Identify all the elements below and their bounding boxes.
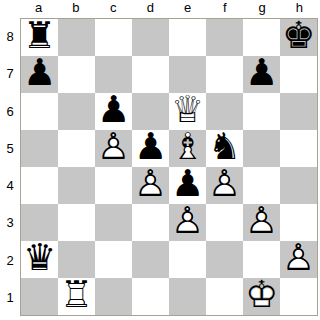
piece-glyph: ♟ xyxy=(243,54,280,93)
square-c5[interactable]: ♟♙ xyxy=(95,130,132,167)
square-d4[interactable]: ♟♙ xyxy=(132,167,169,204)
square-b1[interactable]: ♜♖ xyxy=(58,278,95,315)
file-label-c: c xyxy=(95,0,132,18)
piece-outline: ♙ xyxy=(280,239,317,278)
piece-white-pawn[interactable]: ♟♙ xyxy=(132,167,169,204)
square-d2[interactable] xyxy=(132,241,169,278)
piece-outline: ♔ xyxy=(243,276,280,315)
square-d3[interactable] xyxy=(132,204,169,241)
square-b4[interactable] xyxy=(58,167,95,204)
rank-label-6: 6 xyxy=(0,93,20,130)
square-f7[interactable] xyxy=(206,56,243,93)
piece-white-pawn[interactable]: ♟♙ xyxy=(95,130,132,167)
square-h4[interactable] xyxy=(280,167,317,204)
piece-white-pawn[interactable]: ♟♙ xyxy=(206,167,243,204)
square-c8[interactable] xyxy=(95,19,132,56)
square-a4[interactable] xyxy=(21,167,58,204)
square-b3[interactable] xyxy=(58,204,95,241)
square-e8[interactable] xyxy=(169,19,206,56)
piece-white-rook[interactable]: ♜♖ xyxy=(58,278,95,315)
chess-board: ♜♚♟♟♟♛♕♟♙♟♝♗♞♟♙♟♟♙♟♙♟♙♛♟♙♜♖♚♔ xyxy=(20,18,318,316)
square-c3[interactable] xyxy=(95,204,132,241)
square-h7[interactable] xyxy=(280,56,317,93)
rank-label-1: 1 xyxy=(0,279,20,316)
square-a5[interactable] xyxy=(21,130,58,167)
square-a2[interactable]: ♛ xyxy=(21,241,58,278)
square-g7[interactable]: ♟ xyxy=(243,56,280,93)
piece-outline: ♙ xyxy=(243,202,280,241)
piece-outline: ♙ xyxy=(95,128,132,167)
square-a7[interactable]: ♟ xyxy=(21,56,58,93)
piece-outline: ♙ xyxy=(206,165,243,204)
square-d1[interactable] xyxy=(132,278,169,315)
file-label-d: d xyxy=(132,0,169,18)
square-e2[interactable] xyxy=(169,241,206,278)
piece-black-queen[interactable]: ♛ xyxy=(21,241,58,278)
square-g5[interactable] xyxy=(243,130,280,167)
square-b7[interactable] xyxy=(58,56,95,93)
square-h1[interactable] xyxy=(280,278,317,315)
chess-diagram: abcdefgh 87654321 ♜♚♟♟♟♛♕♟♙♟♝♗♞♟♙♟♟♙♟♙♟♙… xyxy=(0,0,320,320)
square-h6[interactable] xyxy=(280,93,317,130)
square-h2[interactable]: ♟♙ xyxy=(280,241,317,278)
file-label-g: g xyxy=(244,0,281,18)
rank-label-8: 8 xyxy=(0,18,20,55)
square-h8[interactable]: ♚ xyxy=(280,19,317,56)
square-d7[interactable] xyxy=(132,56,169,93)
piece-outline: ♙ xyxy=(169,202,206,241)
square-h5[interactable] xyxy=(280,130,317,167)
square-c1[interactable] xyxy=(95,278,132,315)
square-g1[interactable]: ♚♔ xyxy=(243,278,280,315)
piece-black-pawn[interactable]: ♟ xyxy=(21,56,58,93)
rank-label-7: 7 xyxy=(0,55,20,92)
rank-labels: 87654321 xyxy=(0,18,20,316)
square-f3[interactable] xyxy=(206,204,243,241)
square-b5[interactable] xyxy=(58,130,95,167)
square-f8[interactable] xyxy=(206,19,243,56)
piece-black-pawn[interactable]: ♟ xyxy=(243,56,280,93)
square-f4[interactable]: ♟♙ xyxy=(206,167,243,204)
square-g6[interactable] xyxy=(243,93,280,130)
piece-white-pawn[interactable]: ♟♙ xyxy=(280,241,317,278)
rank-label-3: 3 xyxy=(0,204,20,241)
piece-white-king[interactable]: ♚♔ xyxy=(243,278,280,315)
rank-label-2: 2 xyxy=(0,242,20,279)
piece-outline: ♖ xyxy=(58,276,95,315)
square-a6[interactable] xyxy=(21,93,58,130)
square-e1[interactable] xyxy=(169,278,206,315)
piece-glyph: ♛ xyxy=(21,239,58,278)
square-c4[interactable] xyxy=(95,167,132,204)
piece-glyph: ♟ xyxy=(21,54,58,93)
square-f2[interactable] xyxy=(206,241,243,278)
rank-label-4: 4 xyxy=(0,167,20,204)
piece-white-pawn[interactable]: ♟♙ xyxy=(169,204,206,241)
square-a1[interactable] xyxy=(21,278,58,315)
file-labels: abcdefgh xyxy=(20,0,318,18)
square-g3[interactable]: ♟♙ xyxy=(243,204,280,241)
square-c2[interactable] xyxy=(95,241,132,278)
square-b6[interactable] xyxy=(58,93,95,130)
piece-outline: ♙ xyxy=(132,165,169,204)
file-label-f: f xyxy=(206,0,243,18)
piece-black-king[interactable]: ♚ xyxy=(280,19,317,56)
square-e3[interactable]: ♟♙ xyxy=(169,204,206,241)
file-label-b: b xyxy=(57,0,94,18)
rank-label-5: 5 xyxy=(0,130,20,167)
file-label-e: e xyxy=(169,0,206,18)
square-f1[interactable] xyxy=(206,278,243,315)
square-d8[interactable] xyxy=(132,19,169,56)
piece-white-pawn[interactable]: ♟♙ xyxy=(243,204,280,241)
piece-glyph: ♚ xyxy=(280,17,317,56)
square-b8[interactable] xyxy=(58,19,95,56)
